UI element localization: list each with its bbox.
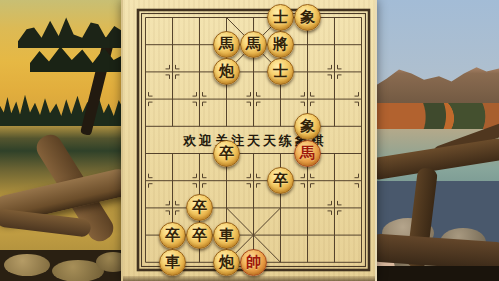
piece-black-卒-f5r6[interactable]: 卒 xyxy=(267,167,294,194)
piece-black-炮-f3r9[interactable]: 炮 xyxy=(213,249,240,276)
board-edge-shadow xyxy=(123,276,375,281)
rock xyxy=(4,254,50,276)
xiangqi-board[interactable]: 欢迎关注天天练象棋 士象馬馬將炮士象卒馬卒卒卒卒車車炮帥 xyxy=(121,0,377,281)
piece-black-馬-f4r1[interactable]: 馬 xyxy=(240,31,267,58)
piece-black-卒-f2r8[interactable]: 卒 xyxy=(186,222,213,249)
piece-black-車-f1r9[interactable]: 車 xyxy=(159,249,186,276)
shore-ground xyxy=(374,266,499,281)
piece-black-將-f5r1[interactable]: 將 xyxy=(267,31,294,58)
autumn-trees xyxy=(374,103,499,131)
piece-black-象-f6r4[interactable]: 象 xyxy=(294,113,321,140)
piece-black-象-f6r0[interactable]: 象 xyxy=(294,4,321,31)
piece-black-車-f3r8[interactable]: 車 xyxy=(213,222,240,249)
piece-black-士-f5r2[interactable]: 士 xyxy=(267,58,294,85)
piece-black-炮-f3r2[interactable]: 炮 xyxy=(213,58,240,85)
pine-tree-canopy xyxy=(18,14,125,48)
board-grid[interactable]: 士象馬馬將炮士象卒馬卒卒卒卒車車炮帥 xyxy=(132,4,375,276)
piece-red-馬-f6r5[interactable]: 馬 xyxy=(294,140,321,167)
treeline-silhouette xyxy=(0,86,125,130)
piece-black-馬-f3r1[interactable]: 馬 xyxy=(213,31,240,58)
piece-black-卒-f2r7[interactable]: 卒 xyxy=(186,194,213,221)
piece-black-士-f5r0[interactable]: 士 xyxy=(267,4,294,31)
app-window: 欢迎关注天天练象棋 士象馬馬將炮士象卒馬卒卒卒卒車車炮帥 xyxy=(0,0,499,281)
piece-black-卒-f3r5[interactable]: 卒 xyxy=(213,140,240,167)
piece-red-帥-f4r9[interactable]: 帥 xyxy=(240,249,267,276)
background-photo-right xyxy=(374,0,499,281)
background-photo-left xyxy=(0,0,125,281)
piece-black-卒-f1r8[interactable]: 卒 xyxy=(159,222,186,249)
